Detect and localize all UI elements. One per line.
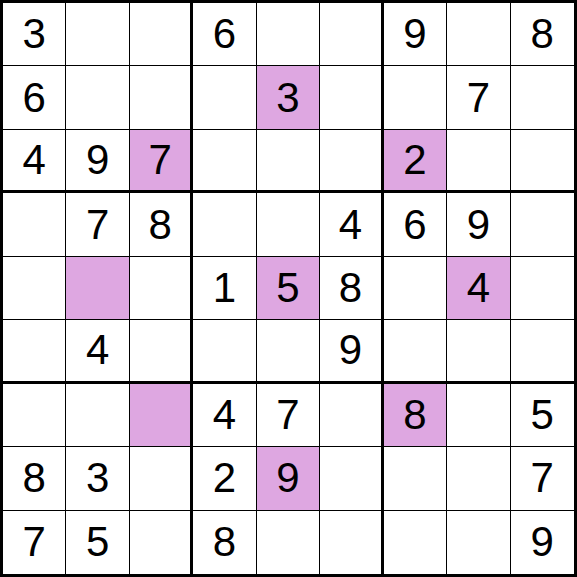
cell-r3c4[interactable] [193,130,256,193]
cell-r7c5[interactable]: 7 [257,384,320,447]
cell-r2c7[interactable] [384,66,447,129]
cell-r7c9[interactable]: 5 [511,384,574,447]
cell-r6c9[interactable] [511,320,574,383]
cell-r6c7[interactable] [384,320,447,383]
cell-r5c4[interactable]: 1 [193,257,256,320]
cell-r2c3[interactable] [130,66,193,129]
cell-r3c2[interactable]: 9 [66,130,129,193]
cell-r6c3[interactable] [130,320,193,383]
cell-r7c6[interactable] [320,384,383,447]
cell-r8c9[interactable]: 7 [511,447,574,510]
cell-r9c1[interactable]: 7 [3,511,66,574]
cell-r3c5[interactable] [257,130,320,193]
cell-r2c1[interactable]: 6 [3,66,66,129]
cell-r8c2[interactable]: 3 [66,447,129,510]
cell-r7c8[interactable] [447,384,510,447]
cell-r9c5[interactable] [257,511,320,574]
cell-r8c1[interactable]: 8 [3,447,66,510]
cell-r4c9[interactable] [511,193,574,256]
cell-r2c2[interactable] [66,66,129,129]
cell-r3c9[interactable] [511,130,574,193]
cell-r7c4[interactable]: 4 [193,384,256,447]
cell-r9c9[interactable]: 9 [511,511,574,574]
cell-r3c7[interactable]: 2 [384,130,447,193]
cell-r2c5[interactable]: 3 [257,66,320,129]
cell-r3c1[interactable]: 4 [3,130,66,193]
cell-r3c3[interactable]: 7 [130,130,193,193]
cell-r5c2[interactable] [66,257,129,320]
cell-r4c1[interactable] [3,193,66,256]
cell-r1c8[interactable] [447,3,510,66]
cell-r1c6[interactable] [320,3,383,66]
cell-r6c6[interactable]: 9 [320,320,383,383]
cell-r2c9[interactable] [511,66,574,129]
cell-r4c3[interactable]: 8 [130,193,193,256]
cell-r1c2[interactable] [66,3,129,66]
cell-r6c4[interactable] [193,320,256,383]
cell-r3c6[interactable] [320,130,383,193]
cell-r3c8[interactable] [447,130,510,193]
cell-r2c8[interactable]: 7 [447,66,510,129]
cell-r5c3[interactable] [130,257,193,320]
cell-r9c8[interactable] [447,511,510,574]
cell-r7c7[interactable]: 8 [384,384,447,447]
cell-r8c7[interactable] [384,447,447,510]
cell-r9c2[interactable]: 5 [66,511,129,574]
cell-r7c3[interactable] [130,384,193,447]
cell-r5c9[interactable] [511,257,574,320]
cell-r9c4[interactable]: 8 [193,511,256,574]
cell-r8c8[interactable] [447,447,510,510]
cell-r8c5[interactable]: 9 [257,447,320,510]
cell-r4c6[interactable]: 4 [320,193,383,256]
cell-r6c2[interactable]: 4 [66,320,129,383]
cell-r2c6[interactable] [320,66,383,129]
cell-r9c6[interactable] [320,511,383,574]
cell-r9c7[interactable] [384,511,447,574]
cell-r1c9[interactable]: 8 [511,3,574,66]
cell-r1c4[interactable]: 6 [193,3,256,66]
cell-r6c1[interactable] [3,320,66,383]
cell-r1c7[interactable]: 9 [384,3,447,66]
cell-r9c3[interactable] [130,511,193,574]
cell-r5c8[interactable]: 4 [447,257,510,320]
cell-r4c4[interactable] [193,193,256,256]
cell-r5c6[interactable]: 8 [320,257,383,320]
cell-r1c1[interactable]: 3 [3,3,66,66]
cell-r1c3[interactable] [130,3,193,66]
cell-r5c7[interactable] [384,257,447,320]
cell-r4c7[interactable]: 6 [384,193,447,256]
cell-r1c5[interactable] [257,3,320,66]
cell-r8c4[interactable]: 2 [193,447,256,510]
cell-r7c2[interactable] [66,384,129,447]
sudoku-board: 36986374972784691584494785832977589 [0,0,577,577]
cell-r4c8[interactable]: 9 [447,193,510,256]
cell-r5c5[interactable]: 5 [257,257,320,320]
cell-r7c1[interactable] [3,384,66,447]
cell-r8c6[interactable] [320,447,383,510]
cell-r6c8[interactable] [447,320,510,383]
cell-r4c5[interactable] [257,193,320,256]
cell-r5c1[interactable] [3,257,66,320]
cell-r6c5[interactable] [257,320,320,383]
cell-r4c2[interactable]: 7 [66,193,129,256]
cell-r8c3[interactable] [130,447,193,510]
cell-r2c4[interactable] [193,66,256,129]
